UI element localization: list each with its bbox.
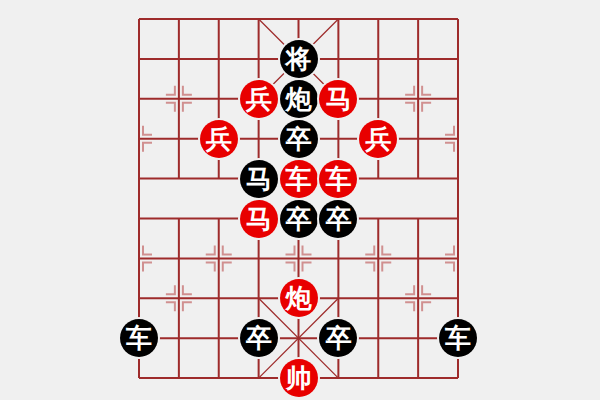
piece-black-chariot[interactable]: 车 — [120, 319, 158, 357]
piece-red-general[interactable]: 帅 — [280, 359, 318, 397]
piece-black-cannon[interactable]: 炮 — [280, 80, 318, 118]
piece-black-chariot[interactable]: 车 — [439, 319, 477, 357]
piece-red-cannon[interactable]: 炮 — [280, 279, 318, 317]
piece-red-soldier[interactable]: 兵 — [200, 120, 238, 158]
xiangqi-board: 将兵炮马兵卒兵马车车马卒卒炮车卒卒车帅 — [0, 0, 600, 400]
piece-red-horse[interactable]: 马 — [240, 200, 278, 238]
piece-red-soldier[interactable]: 兵 — [240, 80, 278, 118]
piece-red-chariot[interactable]: 车 — [280, 160, 318, 198]
piece-black-soldier[interactable]: 卒 — [319, 200, 357, 238]
piece-black-horse[interactable]: 马 — [240, 160, 278, 198]
piece-red-horse[interactable]: 马 — [319, 80, 357, 118]
piece-red-soldier[interactable]: 兵 — [359, 120, 397, 158]
piece-black-soldier[interactable]: 卒 — [319, 319, 357, 357]
piece-black-general[interactable]: 将 — [280, 40, 318, 78]
piece-black-soldier[interactable]: 卒 — [280, 200, 318, 238]
piece-black-soldier[interactable]: 卒 — [240, 319, 278, 357]
piece-red-chariot[interactable]: 车 — [319, 160, 357, 198]
pieces-layer: 将兵炮马兵卒兵马车车马卒卒炮车卒卒车帅 — [0, 0, 600, 400]
piece-black-soldier[interactable]: 卒 — [280, 120, 318, 158]
